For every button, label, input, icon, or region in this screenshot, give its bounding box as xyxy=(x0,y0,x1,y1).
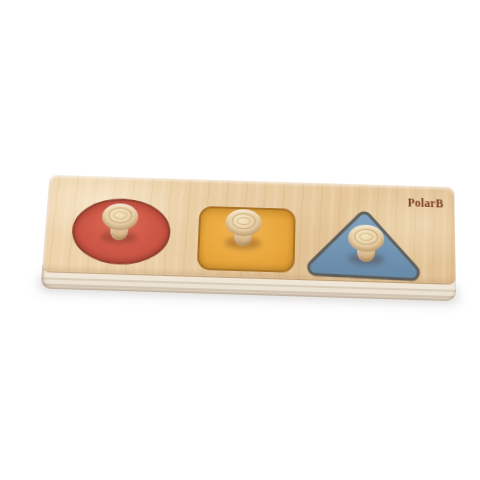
knob-cap xyxy=(101,203,138,231)
product-photo-background: PolarB xyxy=(0,0,480,480)
puzzle-board-3d-wrap: PolarB xyxy=(39,175,456,318)
slot-triangle xyxy=(302,183,455,284)
slot-grid xyxy=(42,175,456,284)
knob-cap xyxy=(225,209,262,237)
knob-blue-triangle[interactable] xyxy=(347,224,385,265)
slot-circle xyxy=(42,175,178,275)
puzzle-board: PolarB xyxy=(43,174,457,316)
knob-red-circle[interactable] xyxy=(100,203,140,244)
board-surface: PolarB xyxy=(42,175,456,285)
slot-square xyxy=(173,179,304,279)
knob-cap xyxy=(348,224,384,252)
knob-yellow-square[interactable] xyxy=(224,209,263,250)
